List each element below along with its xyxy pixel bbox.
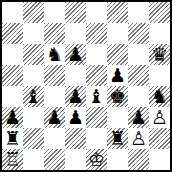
square-c3[interactable]: ♟ bbox=[44, 107, 65, 128]
black-pawn-piece: ♟ bbox=[67, 107, 84, 128]
square-f8[interactable] bbox=[107, 2, 128, 23]
square-f5[interactable]: ♟ bbox=[107, 65, 128, 86]
square-f4[interactable]: ♚ bbox=[107, 86, 128, 107]
square-g1[interactable] bbox=[128, 149, 149, 170]
square-h8[interactable] bbox=[149, 2, 170, 23]
chess-diagram: ♞♟♛♟♝♟♝♚♞♟♟♟♟♙♜♜♙♖♔ bbox=[0, 0, 172, 172]
square-f1[interactable] bbox=[107, 149, 128, 170]
square-c1[interactable] bbox=[44, 149, 65, 170]
black-pawn-piece: ♟ bbox=[109, 65, 126, 86]
square-b2[interactable] bbox=[23, 128, 44, 149]
square-d2[interactable] bbox=[65, 128, 86, 149]
black-bishop-piece: ♝ bbox=[25, 86, 42, 107]
square-b5[interactable] bbox=[23, 65, 44, 86]
square-g5[interactable] bbox=[128, 65, 149, 86]
square-a3[interactable]: ♟ bbox=[2, 107, 23, 128]
square-g6[interactable] bbox=[128, 44, 149, 65]
square-e7[interactable] bbox=[86, 23, 107, 44]
square-b8[interactable] bbox=[23, 2, 44, 23]
square-h4[interactable]: ♞ bbox=[149, 86, 170, 107]
square-e1[interactable]: ♔ bbox=[86, 149, 107, 170]
square-b3[interactable] bbox=[23, 107, 44, 128]
square-g3[interactable]: ♟ bbox=[128, 107, 149, 128]
square-b4[interactable]: ♝ bbox=[23, 86, 44, 107]
square-b1[interactable] bbox=[23, 149, 44, 170]
square-a5[interactable] bbox=[2, 65, 23, 86]
square-g8[interactable] bbox=[128, 2, 149, 23]
square-a4[interactable] bbox=[2, 86, 23, 107]
square-h2[interactable] bbox=[149, 128, 170, 149]
square-h7[interactable] bbox=[149, 23, 170, 44]
square-a6[interactable] bbox=[2, 44, 23, 65]
square-d8[interactable] bbox=[65, 2, 86, 23]
square-f2[interactable]: ♜ bbox=[107, 128, 128, 149]
square-h5[interactable] bbox=[149, 65, 170, 86]
square-e6[interactable] bbox=[86, 44, 107, 65]
square-b6[interactable] bbox=[23, 44, 44, 65]
black-pawn-piece: ♟ bbox=[67, 86, 84, 107]
black-pawn-piece: ♟ bbox=[67, 44, 84, 65]
square-g4[interactable] bbox=[128, 86, 149, 107]
square-c4[interactable] bbox=[44, 86, 65, 107]
square-h6[interactable]: ♛ bbox=[149, 44, 170, 65]
black-bishop-piece: ♝ bbox=[88, 86, 105, 107]
square-c5[interactable] bbox=[44, 65, 65, 86]
square-b7[interactable] bbox=[23, 23, 44, 44]
square-a8[interactable] bbox=[2, 2, 23, 23]
square-g7[interactable] bbox=[128, 23, 149, 44]
black-rook-piece: ♜ bbox=[4, 128, 21, 149]
square-a1[interactable]: ♖ bbox=[2, 149, 23, 170]
square-d4[interactable]: ♟ bbox=[65, 86, 86, 107]
square-a7[interactable] bbox=[2, 23, 23, 44]
square-e4[interactable]: ♝ bbox=[86, 86, 107, 107]
black-queen-piece: ♛ bbox=[151, 44, 168, 65]
square-f7[interactable] bbox=[107, 23, 128, 44]
square-e3[interactable] bbox=[86, 107, 107, 128]
square-d3[interactable]: ♟ bbox=[65, 107, 86, 128]
square-d5[interactable] bbox=[65, 65, 86, 86]
white-pawn-piece: ♙ bbox=[151, 107, 168, 128]
square-g2[interactable]: ♙ bbox=[128, 128, 149, 149]
white-king-piece: ♔ bbox=[88, 149, 105, 170]
square-d1[interactable] bbox=[65, 149, 86, 170]
square-e5[interactable] bbox=[86, 65, 107, 86]
black-pawn-piece: ♟ bbox=[46, 107, 63, 128]
square-f3[interactable] bbox=[107, 107, 128, 128]
square-c7[interactable] bbox=[44, 23, 65, 44]
chess-board: ♞♟♛♟♝♟♝♚♞♟♟♟♟♙♜♜♙♖♔ bbox=[0, 0, 172, 172]
square-e8[interactable] bbox=[86, 2, 107, 23]
square-f6[interactable] bbox=[107, 44, 128, 65]
square-a2[interactable]: ♜ bbox=[2, 128, 23, 149]
white-rook-piece: ♖ bbox=[4, 149, 21, 170]
white-pawn-piece: ♙ bbox=[130, 128, 147, 149]
square-c2[interactable] bbox=[44, 128, 65, 149]
square-c6[interactable]: ♞ bbox=[44, 44, 65, 65]
black-knight-piece: ♞ bbox=[46, 44, 63, 65]
square-c8[interactable] bbox=[44, 2, 65, 23]
black-knight-piece: ♞ bbox=[151, 86, 168, 107]
square-e2[interactable] bbox=[86, 128, 107, 149]
square-h1[interactable] bbox=[149, 149, 170, 170]
square-h3[interactable]: ♙ bbox=[149, 107, 170, 128]
black-king-piece: ♚ bbox=[109, 86, 126, 107]
black-pawn-piece: ♟ bbox=[4, 107, 21, 128]
black-pawn-piece: ♟ bbox=[130, 107, 147, 128]
square-d7[interactable] bbox=[65, 23, 86, 44]
black-rook-piece: ♜ bbox=[109, 128, 126, 149]
square-d6[interactable]: ♟ bbox=[65, 44, 86, 65]
